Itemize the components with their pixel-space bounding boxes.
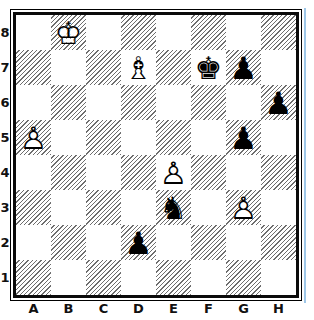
square-a4	[16, 155, 51, 190]
square-b1	[51, 260, 86, 295]
square-g5: ♟	[226, 120, 261, 155]
white-king-fill: ♚	[51, 15, 86, 50]
white-bishop: ♗	[121, 50, 156, 85]
board-frame: ♚♔♝♗♚♟♟♟♙♟♟♙♞♟♙♟	[10, 9, 302, 301]
square-c8	[86, 15, 121, 50]
square-h6: ♟	[261, 85, 296, 120]
square-f4	[191, 155, 226, 190]
square-d3	[121, 190, 156, 225]
square-d2: ♟	[121, 225, 156, 260]
square-h7	[261, 50, 296, 85]
square-c6	[86, 85, 121, 120]
square-b2	[51, 225, 86, 260]
square-f7: ♚	[191, 50, 226, 85]
square-a7	[16, 50, 51, 85]
scan-edge-artifact	[304, 8, 306, 303]
rank-label-7: 7	[0, 50, 10, 85]
square-b4	[51, 155, 86, 190]
square-f2	[191, 225, 226, 260]
square-a6	[16, 85, 51, 120]
square-c7	[86, 50, 121, 85]
white-pawn-fill: ♟	[226, 190, 261, 225]
square-e8	[156, 15, 191, 50]
square-c3	[86, 190, 121, 225]
square-c1	[86, 260, 121, 295]
file-label-e: E	[156, 301, 191, 317]
white-pawn-fill: ♟	[16, 120, 51, 155]
rank-label-4: 4	[0, 155, 10, 190]
square-h5	[261, 120, 296, 155]
black-pawn: ♟	[226, 120, 261, 155]
rank-label-6: 6	[0, 85, 10, 120]
rank-label-5: 5	[0, 120, 10, 155]
white-pawn: ♙	[226, 190, 261, 225]
square-b6	[51, 85, 86, 120]
square-a2	[16, 225, 51, 260]
square-d5	[121, 120, 156, 155]
square-g6	[226, 85, 261, 120]
file-label-b: B	[51, 301, 86, 317]
square-g4	[226, 155, 261, 190]
white-pawn-fill: ♟	[156, 155, 191, 190]
file-label-f: F	[191, 301, 226, 317]
black-pawn: ♟	[121, 225, 156, 260]
square-c4	[86, 155, 121, 190]
square-e7	[156, 50, 191, 85]
black-king: ♚	[191, 50, 226, 85]
square-d8	[121, 15, 156, 50]
square-a8	[16, 15, 51, 50]
black-knight: ♞	[156, 190, 191, 225]
square-f5	[191, 120, 226, 155]
square-h2	[261, 225, 296, 260]
rank-label-3: 3	[0, 190, 10, 225]
square-h1	[261, 260, 296, 295]
square-c2	[86, 225, 121, 260]
square-b5	[51, 120, 86, 155]
file-label-c: C	[86, 301, 121, 317]
square-d7: ♝♗	[121, 50, 156, 85]
square-g3: ♟♙	[226, 190, 261, 225]
square-e1	[156, 260, 191, 295]
square-g1	[226, 260, 261, 295]
file-label-d: D	[121, 301, 156, 317]
black-pawn: ♟	[226, 50, 261, 85]
file-label-h: H	[261, 301, 296, 317]
square-a3	[16, 190, 51, 225]
square-g7: ♟	[226, 50, 261, 85]
square-e4: ♟♙	[156, 155, 191, 190]
rank-label-2: 2	[0, 225, 10, 260]
square-g8	[226, 15, 261, 50]
black-pawn: ♟	[261, 85, 296, 120]
square-f1	[191, 260, 226, 295]
white-bishop-fill: ♝	[121, 50, 156, 85]
square-e5	[156, 120, 191, 155]
square-d6	[121, 85, 156, 120]
square-d4	[121, 155, 156, 190]
square-h3	[261, 190, 296, 225]
square-e2	[156, 225, 191, 260]
square-e6	[156, 85, 191, 120]
square-a5: ♟♙	[16, 120, 51, 155]
square-d1	[121, 260, 156, 295]
white-pawn: ♙	[16, 120, 51, 155]
file-label-g: G	[226, 301, 261, 317]
square-a1	[16, 260, 51, 295]
square-e3: ♞	[156, 190, 191, 225]
board-inner-border: ♚♔♝♗♚♟♟♟♙♟♟♙♞♟♙♟	[13, 12, 299, 298]
rank-label-1: 1	[0, 260, 10, 295]
square-b8: ♚♔	[51, 15, 86, 50]
square-c5	[86, 120, 121, 155]
square-h4	[261, 155, 296, 190]
chess-diagram-page: 87654321 ♚♔♝♗♚♟♟♟♙♟♟♙♞♟♙♟ ABCDEFGH	[0, 0, 314, 320]
square-f3	[191, 190, 226, 225]
square-f8	[191, 15, 226, 50]
square-g2	[226, 225, 261, 260]
square-f6	[191, 85, 226, 120]
chess-board: ♚♔♝♗♚♟♟♟♙♟♟♙♞♟♙♟	[16, 15, 296, 295]
file-label-a: A	[16, 301, 51, 317]
square-b7	[51, 50, 86, 85]
square-h8	[261, 15, 296, 50]
white-king: ♔	[51, 15, 86, 50]
white-pawn: ♙	[156, 155, 191, 190]
square-b3	[51, 190, 86, 225]
rank-label-8: 8	[0, 15, 10, 50]
